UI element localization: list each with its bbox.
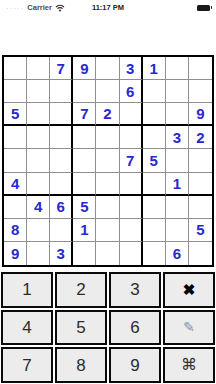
sudoku-cell-r9c6[interactable] [120, 242, 143, 265]
sudoku-cell-r2c2[interactable] [27, 80, 50, 103]
sudoku-cell-r8c5[interactable] [96, 219, 119, 242]
sudoku-cell-r9c2[interactable] [27, 242, 50, 265]
key-9[interactable]: 9 [109, 347, 161, 383]
sudoku-cell-r8c9[interactable]: 5 [189, 219, 212, 242]
sudoku-cell-r6c1[interactable]: 4 [4, 173, 27, 196]
sudoku-cell-r1c7[interactable]: 1 [143, 57, 166, 80]
sudoku-cell-r7c4[interactable]: 5 [73, 196, 96, 219]
sudoku-cell-r9c9[interactable] [189, 242, 212, 265]
sudoku-cell-r3c1[interactable]: 5 [4, 103, 27, 126]
sudoku-cell-r3c4[interactable]: 7 [73, 103, 96, 126]
sudoku-cell-r7c9[interactable] [189, 196, 212, 219]
sudoku-cell-r7c2[interactable]: 4 [27, 196, 50, 219]
sudoku-cell-r6c8[interactable]: 1 [166, 173, 189, 196]
sudoku-cell-r5c6[interactable]: 7 [120, 149, 143, 172]
sudoku-cell-r9c8[interactable]: 6 [166, 242, 189, 265]
sudoku-cell-r4c8[interactable]: 3 [166, 126, 189, 149]
sudoku-cell-r8c2[interactable] [27, 219, 50, 242]
key-8[interactable]: 8 [55, 347, 107, 383]
sudoku-cell-r8c3[interactable] [50, 219, 73, 242]
sudoku-cell-r8c7[interactable] [143, 219, 166, 242]
sudoku-cell-r8c8[interactable] [166, 219, 189, 242]
sudoku-cell-r7c3[interactable]: 6 [50, 196, 73, 219]
key-2[interactable]: 2 [55, 272, 107, 308]
sudoku-cell-r2c7[interactable] [143, 80, 166, 103]
sudoku-cell-r6c4[interactable] [73, 173, 96, 196]
sudoku-cell-r5c8[interactable] [166, 149, 189, 172]
key-command[interactable]: ⌘ [163, 347, 215, 383]
sudoku-cell-r3c2[interactable] [27, 103, 50, 126]
sudoku-cell-r4c4[interactable] [73, 126, 96, 149]
sudoku-cell-r3c9[interactable]: 9 [189, 103, 212, 126]
sudoku-cell-r2c5[interactable] [96, 80, 119, 103]
sudoku-cell-r9c1[interactable]: 9 [4, 242, 27, 265]
sudoku-cell-r3c5[interactable]: 2 [96, 103, 119, 126]
sudoku-cell-r6c2[interactable] [27, 173, 50, 196]
key-6[interactable]: 6 [109, 310, 161, 346]
keypad: 123✖456✎789⌘ [0, 271, 216, 384]
status-bar: ····· Carrier 11:17 PM [0, 0, 216, 15]
key-4[interactable]: 4 [1, 310, 53, 346]
key-7[interactable]: 7 [1, 347, 53, 383]
key-delete[interactable]: ✖ [163, 272, 215, 308]
carrier-label: Carrier [27, 3, 52, 12]
sudoku-cell-r4c3[interactable] [50, 126, 73, 149]
sudoku-cell-r3c6[interactable] [120, 103, 143, 126]
sudoku-cell-r5c7[interactable]: 5 [143, 149, 166, 172]
sudoku-cell-r7c7[interactable] [143, 196, 166, 219]
key-5[interactable]: 5 [55, 310, 107, 346]
sudoku-cell-r3c7[interactable] [143, 103, 166, 126]
sudoku-cell-r9c5[interactable] [96, 242, 119, 265]
sudoku-cell-r6c9[interactable] [189, 173, 212, 196]
sudoku-cell-r2c4[interactable] [73, 80, 96, 103]
sudoku-cell-r6c7[interactable] [143, 173, 166, 196]
sudoku-cell-r7c6[interactable] [120, 196, 143, 219]
sudoku-cell-r9c3[interactable]: 3 [50, 242, 73, 265]
sudoku-cell-r7c8[interactable] [166, 196, 189, 219]
sudoku-cell-r2c9[interactable] [189, 80, 212, 103]
sudoku-cell-r1c3[interactable]: 7 [50, 57, 73, 80]
sudoku-cell-r5c5[interactable] [96, 149, 119, 172]
sudoku-cell-r6c3[interactable] [50, 173, 73, 196]
sudoku-cell-r1c6[interactable]: 3 [120, 57, 143, 80]
sudoku-cell-r7c5[interactable] [96, 196, 119, 219]
sudoku-cell-r8c6[interactable] [120, 219, 143, 242]
sudoku-cell-r1c5[interactable] [96, 57, 119, 80]
sudoku-cell-r9c4[interactable] [73, 242, 96, 265]
sudoku-cell-r1c4[interactable]: 9 [73, 57, 96, 80]
sudoku-cell-r5c1[interactable] [4, 149, 27, 172]
battery-icon [197, 5, 210, 11]
sudoku-cell-r5c4[interactable] [73, 149, 96, 172]
sudoku-cell-r5c3[interactable] [50, 149, 73, 172]
sudoku-cell-r7c1[interactable] [4, 196, 27, 219]
sudoku-cell-r1c1[interactable] [4, 57, 27, 80]
sudoku-cell-r4c2[interactable] [27, 126, 50, 149]
sudoku-cell-r2c8[interactable] [166, 80, 189, 103]
sudoku-cell-r2c6[interactable]: 6 [120, 80, 143, 103]
sudoku-cell-r5c2[interactable] [27, 149, 50, 172]
sudoku-cell-r1c9[interactable] [189, 57, 212, 80]
sudoku-cell-r4c1[interactable] [4, 126, 27, 149]
key-3[interactable]: 3 [109, 272, 161, 308]
sudoku-cell-r8c1[interactable]: 8 [4, 219, 27, 242]
sudoku-cell-r1c8[interactable] [166, 57, 189, 80]
sudoku-cell-r6c6[interactable] [120, 173, 143, 196]
sudoku-cell-r3c8[interactable] [166, 103, 189, 126]
sudoku-cell-r4c7[interactable] [143, 126, 166, 149]
sudoku-cell-r1c2[interactable] [27, 57, 50, 80]
sudoku-cell-r4c6[interactable] [120, 126, 143, 149]
key-pencil[interactable]: ✎ [163, 310, 215, 346]
sudoku-board: 793165729327541465815936 [2, 55, 214, 267]
wifi-icon [55, 4, 65, 12]
sudoku-cell-r4c9[interactable]: 2 [189, 126, 212, 149]
sudoku-cell-r3c3[interactable] [50, 103, 73, 126]
key-1[interactable]: 1 [1, 272, 53, 308]
sudoku-cell-r5c9[interactable] [189, 149, 212, 172]
sudoku-cell-r9c7[interactable] [143, 242, 166, 265]
sudoku-cell-r6c5[interactable] [96, 173, 119, 196]
sudoku-cell-r2c3[interactable] [50, 80, 73, 103]
sudoku-cell-r8c4[interactable]: 1 [73, 219, 96, 242]
sudoku-cell-r4c5[interactable] [96, 126, 119, 149]
cell-signal-dots-icon: ····· [6, 5, 24, 13]
sudoku-cell-r2c1[interactable] [4, 80, 27, 103]
